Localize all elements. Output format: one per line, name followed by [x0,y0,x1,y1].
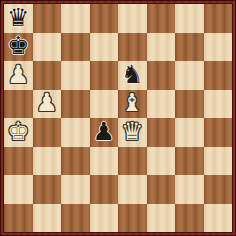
square-f5[interactable] [147,90,176,119]
square-d7[interactable] [90,33,119,62]
square-e5[interactable]: ♝ [118,90,147,119]
black-queen[interactable]: ♛ [7,5,29,30]
square-c2[interactable] [61,175,90,204]
square-f2[interactable] [147,175,176,204]
square-c1[interactable] [61,204,90,233]
square-b3[interactable] [33,147,62,176]
square-f6[interactable] [147,61,176,90]
board-frame: ♛♚♟♞♟♝♚♟♛ [0,0,236,236]
square-e2[interactable] [118,175,147,204]
black-knight[interactable]: ♞ [121,62,143,87]
square-e7[interactable] [118,33,147,62]
square-h1[interactable] [204,204,233,233]
square-a8[interactable]: ♛ [4,4,33,33]
square-c6[interactable] [61,61,90,90]
white-king[interactable]: ♚ [7,119,29,144]
square-b1[interactable] [33,204,62,233]
square-g6[interactable] [175,61,204,90]
square-c5[interactable] [61,90,90,119]
chess-board: ♛♚♟♞♟♝♚♟♛ [4,4,232,232]
square-b6[interactable] [33,61,62,90]
square-d5[interactable] [90,90,119,119]
square-h7[interactable] [204,33,233,62]
square-g2[interactable] [175,175,204,204]
square-b7[interactable] [33,33,62,62]
square-f8[interactable] [147,4,176,33]
square-f3[interactable] [147,147,176,176]
square-e3[interactable] [118,147,147,176]
square-e4[interactable]: ♛ [118,118,147,147]
square-d1[interactable] [90,204,119,233]
square-f4[interactable] [147,118,176,147]
square-c7[interactable] [61,33,90,62]
square-f7[interactable] [147,33,176,62]
square-d8[interactable] [90,4,119,33]
square-a7[interactable]: ♚ [4,33,33,62]
square-h6[interactable] [204,61,233,90]
square-a3[interactable] [4,147,33,176]
square-h5[interactable] [204,90,233,119]
square-d6[interactable] [90,61,119,90]
square-a1[interactable] [4,204,33,233]
square-b2[interactable] [33,175,62,204]
square-f1[interactable] [147,204,176,233]
square-b8[interactable] [33,4,62,33]
square-e6[interactable]: ♞ [118,61,147,90]
square-d2[interactable] [90,175,119,204]
square-h8[interactable] [204,4,233,33]
white-pawn[interactable]: ♟ [36,90,58,115]
square-g7[interactable] [175,33,204,62]
square-c3[interactable] [61,147,90,176]
square-a4[interactable]: ♚ [4,118,33,147]
square-e1[interactable] [118,204,147,233]
square-h4[interactable] [204,118,233,147]
black-pawn[interactable]: ♟ [93,119,115,144]
white-pawn[interactable]: ♟ [7,62,29,87]
square-c8[interactable] [61,4,90,33]
white-queen[interactable]: ♛ [121,119,143,144]
square-g3[interactable] [175,147,204,176]
square-a5[interactable] [4,90,33,119]
square-b5[interactable]: ♟ [33,90,62,119]
square-d3[interactable] [90,147,119,176]
square-a2[interactable] [4,175,33,204]
black-king[interactable]: ♚ [7,33,29,58]
square-e8[interactable] [118,4,147,33]
square-h3[interactable] [204,147,233,176]
square-a6[interactable]: ♟ [4,61,33,90]
square-d4[interactable]: ♟ [90,118,119,147]
square-g8[interactable] [175,4,204,33]
white-bishop[interactable]: ♝ [121,90,143,115]
square-g5[interactable] [175,90,204,119]
square-h2[interactable] [204,175,233,204]
square-g1[interactable] [175,204,204,233]
square-b4[interactable] [33,118,62,147]
square-c4[interactable] [61,118,90,147]
square-g4[interactable] [175,118,204,147]
